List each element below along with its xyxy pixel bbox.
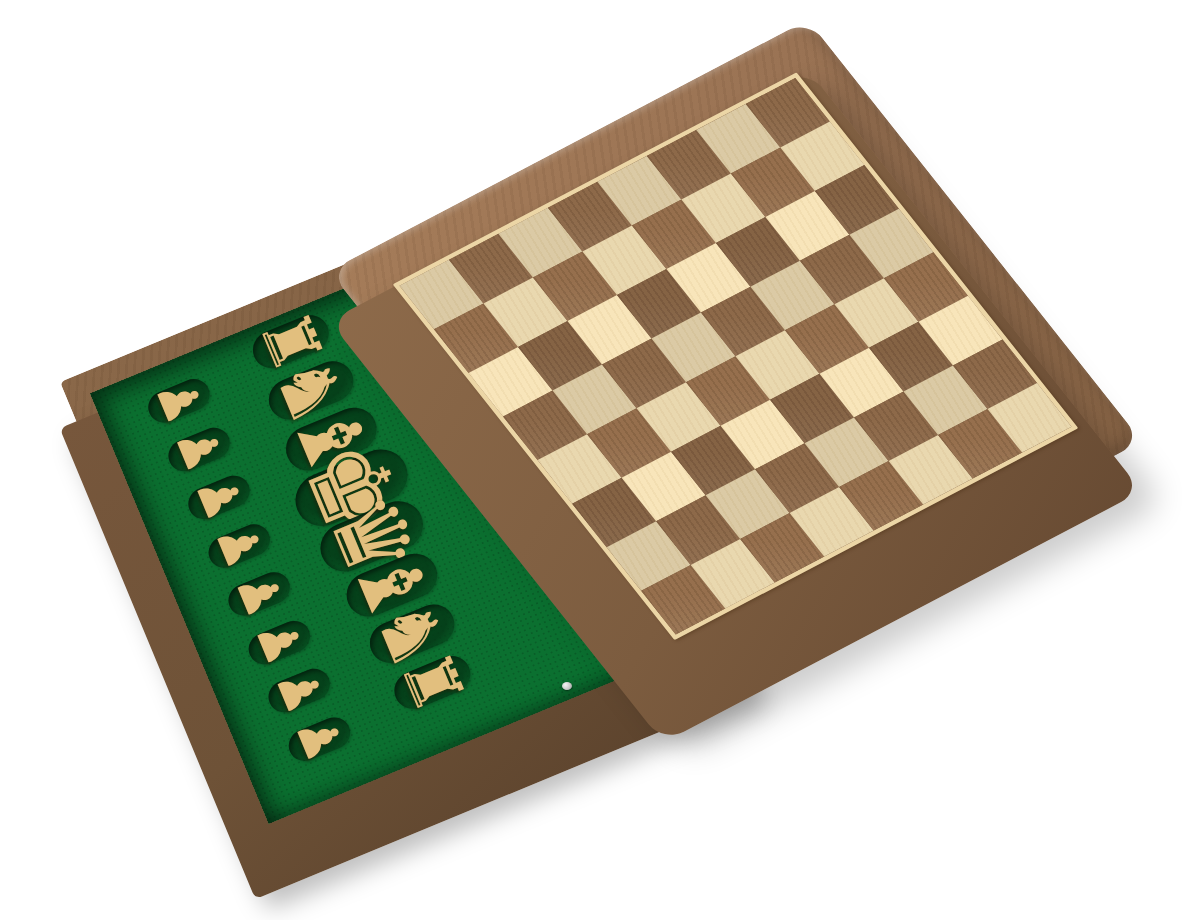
tray-pocket: ♟ [184,471,255,524]
tray-pocket: ♟ [224,567,295,620]
tray-pocket: ♟ [284,712,355,765]
tray-white-pawn[interactable]: ♟ [146,370,211,431]
tray-pocket: ♟ [244,616,315,669]
tray-white-pawn[interactable]: ♟ [166,419,231,480]
tray-pocket: ♟ [204,519,275,572]
tray-white-pawn[interactable]: ♟ [227,564,292,625]
latch-pin-icon [562,682,572,690]
tray-white-pawn[interactable]: ♟ [207,515,272,576]
tray-white-pawn[interactable]: ♟ [247,612,312,673]
tray-pocket: ♟ [264,664,335,717]
chess-set-photo: ♟♟♟♟♟♟♟♟♜♞♝♚♛♝♞♜ [0,0,1200,920]
tray-pocket: ♟ [163,422,234,475]
tray-white-pawn[interactable]: ♟ [186,467,251,528]
tray-pocket: ♟ [143,374,214,427]
tray-white-pawn[interactable]: ♟ [287,708,352,769]
tray-white-pawn[interactable]: ♟ [267,660,332,721]
